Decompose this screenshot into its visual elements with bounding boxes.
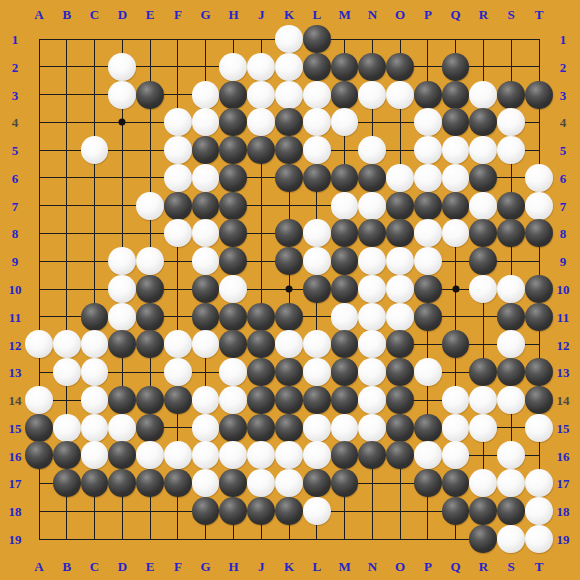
intersection-O3[interactable]: [386, 81, 414, 109]
intersection-H3[interactable]: [219, 81, 247, 109]
intersection-Q18[interactable]: [442, 497, 470, 525]
intersection-R13[interactable]: [469, 358, 497, 386]
intersection-O16[interactable]: [386, 442, 414, 470]
intersection-K3[interactable]: [275, 81, 303, 109]
intersection-T13[interactable]: [525, 358, 553, 386]
intersection-R14[interactable]: [469, 386, 497, 414]
intersection-J13[interactable]: [247, 358, 275, 386]
intersection-F18[interactable]: [164, 497, 192, 525]
intersection-N7[interactable]: [358, 192, 386, 220]
intersection-Q15[interactable]: [442, 414, 470, 442]
intersection-B8[interactable]: [53, 219, 81, 247]
intersection-G19[interactable]: [192, 525, 220, 553]
intersection-D4[interactable]: [108, 108, 136, 136]
intersection-H4[interactable]: [219, 108, 247, 136]
intersection-F10[interactable]: [164, 275, 192, 303]
intersection-J19[interactable]: [247, 525, 275, 553]
intersection-L15[interactable]: [303, 414, 331, 442]
intersection-M19[interactable]: [331, 525, 359, 553]
intersection-Q1[interactable]: [442, 25, 470, 53]
intersection-R16[interactable]: [469, 442, 497, 470]
intersection-E14[interactable]: [136, 386, 164, 414]
intersection-E17[interactable]: [136, 469, 164, 497]
intersection-B1[interactable]: [53, 25, 81, 53]
intersection-L6[interactable]: [303, 164, 331, 192]
intersection-F8[interactable]: [164, 219, 192, 247]
intersection-P12[interactable]: [414, 331, 442, 359]
intersection-O1[interactable]: [386, 25, 414, 53]
intersection-H11[interactable]: [219, 303, 247, 331]
intersection-S7[interactable]: [497, 192, 525, 220]
intersection-T12[interactable]: [525, 331, 553, 359]
intersection-R2[interactable]: [469, 53, 497, 81]
intersection-N12[interactable]: [358, 331, 386, 359]
intersection-O14[interactable]: [386, 386, 414, 414]
intersection-H19[interactable]: [219, 525, 247, 553]
intersection-E9[interactable]: [136, 247, 164, 275]
intersection-G1[interactable]: [192, 25, 220, 53]
intersection-P13[interactable]: [414, 358, 442, 386]
intersection-S8[interactable]: [497, 219, 525, 247]
intersection-K19[interactable]: [275, 525, 303, 553]
intersection-G16[interactable]: [192, 442, 220, 470]
intersection-D17[interactable]: [108, 469, 136, 497]
intersection-P3[interactable]: [414, 81, 442, 109]
intersection-J9[interactable]: [247, 247, 275, 275]
intersection-S9[interactable]: [497, 247, 525, 275]
intersection-M14[interactable]: [331, 386, 359, 414]
intersection-D16[interactable]: [108, 442, 136, 470]
intersection-R11[interactable]: [469, 303, 497, 331]
intersection-D14[interactable]: [108, 386, 136, 414]
intersection-E7[interactable]: [136, 192, 164, 220]
intersection-A6[interactable]: [25, 164, 53, 192]
intersection-R17[interactable]: [469, 469, 497, 497]
intersection-S10[interactable]: [497, 275, 525, 303]
intersection-P14[interactable]: [414, 386, 442, 414]
intersection-O15[interactable]: [386, 414, 414, 442]
intersection-O9[interactable]: [386, 247, 414, 275]
intersection-N19[interactable]: [358, 525, 386, 553]
intersection-F3[interactable]: [164, 81, 192, 109]
intersection-K2[interactable]: [275, 53, 303, 81]
intersection-S5[interactable]: [497, 136, 525, 164]
intersection-O19[interactable]: [386, 525, 414, 553]
intersection-D2[interactable]: [108, 53, 136, 81]
intersection-T4[interactable]: [525, 108, 553, 136]
intersection-N10[interactable]: [358, 275, 386, 303]
intersection-L1[interactable]: [303, 25, 331, 53]
intersection-Q6[interactable]: [442, 164, 470, 192]
intersection-M10[interactable]: [331, 275, 359, 303]
intersection-G14[interactable]: [192, 386, 220, 414]
intersection-Q11[interactable]: [442, 303, 470, 331]
intersection-G11[interactable]: [192, 303, 220, 331]
intersection-A16[interactable]: [25, 442, 53, 470]
intersection-J16[interactable]: [247, 442, 275, 470]
intersection-C18[interactable]: [81, 497, 109, 525]
intersection-S3[interactable]: [497, 81, 525, 109]
intersection-O17[interactable]: [386, 469, 414, 497]
intersection-E19[interactable]: [136, 525, 164, 553]
intersection-P9[interactable]: [414, 247, 442, 275]
intersection-A15[interactable]: [25, 414, 53, 442]
intersection-P19[interactable]: [414, 525, 442, 553]
intersection-B15[interactable]: [53, 414, 81, 442]
intersection-J7[interactable]: [247, 192, 275, 220]
intersection-C17[interactable]: [81, 469, 109, 497]
intersection-D12[interactable]: [108, 331, 136, 359]
intersection-P15[interactable]: [414, 414, 442, 442]
intersection-O13[interactable]: [386, 358, 414, 386]
intersection-C5[interactable]: [81, 136, 109, 164]
intersection-R5[interactable]: [469, 136, 497, 164]
intersection-B17[interactable]: [53, 469, 81, 497]
intersection-S12[interactable]: [497, 331, 525, 359]
intersection-B18[interactable]: [53, 497, 81, 525]
intersection-Q8[interactable]: [442, 219, 470, 247]
intersection-E3[interactable]: [136, 81, 164, 109]
intersection-L14[interactable]: [303, 386, 331, 414]
intersection-T11[interactable]: [525, 303, 553, 331]
intersection-R4[interactable]: [469, 108, 497, 136]
intersection-R3[interactable]: [469, 81, 497, 109]
intersection-R15[interactable]: [469, 414, 497, 442]
intersection-L19[interactable]: [303, 525, 331, 553]
intersection-F13[interactable]: [164, 358, 192, 386]
intersection-G18[interactable]: [192, 497, 220, 525]
intersection-J3[interactable]: [247, 81, 275, 109]
intersection-E10[interactable]: [136, 275, 164, 303]
intersection-J8[interactable]: [247, 219, 275, 247]
intersection-A18[interactable]: [25, 497, 53, 525]
intersection-T9[interactable]: [525, 247, 553, 275]
intersection-C12[interactable]: [81, 331, 109, 359]
intersection-N14[interactable]: [358, 386, 386, 414]
intersection-A17[interactable]: [25, 469, 53, 497]
intersection-T1[interactable]: [525, 25, 553, 53]
intersection-S17[interactable]: [497, 469, 525, 497]
intersection-O18[interactable]: [386, 497, 414, 525]
intersection-T16[interactable]: [525, 442, 553, 470]
intersection-O11[interactable]: [386, 303, 414, 331]
intersection-Q19[interactable]: [442, 525, 470, 553]
intersection-G12[interactable]: [192, 331, 220, 359]
intersection-C2[interactable]: [81, 53, 109, 81]
intersection-D19[interactable]: [108, 525, 136, 553]
intersection-H16[interactable]: [219, 442, 247, 470]
intersection-P6[interactable]: [414, 164, 442, 192]
intersection-Q13[interactable]: [442, 358, 470, 386]
intersection-L7[interactable]: [303, 192, 331, 220]
intersection-E18[interactable]: [136, 497, 164, 525]
intersection-D5[interactable]: [108, 136, 136, 164]
intersection-L3[interactable]: [303, 81, 331, 109]
intersection-A7[interactable]: [25, 192, 53, 220]
intersection-A5[interactable]: [25, 136, 53, 164]
intersection-N8[interactable]: [358, 219, 386, 247]
intersection-R8[interactable]: [469, 219, 497, 247]
intersection-H2[interactable]: [219, 53, 247, 81]
intersection-F6[interactable]: [164, 164, 192, 192]
intersection-T6[interactable]: [525, 164, 553, 192]
intersection-C19[interactable]: [81, 525, 109, 553]
intersection-N11[interactable]: [358, 303, 386, 331]
intersection-Q10[interactable]: [442, 275, 470, 303]
intersection-H18[interactable]: [219, 497, 247, 525]
intersection-F14[interactable]: [164, 386, 192, 414]
intersection-J4[interactable]: [247, 108, 275, 136]
intersection-B3[interactable]: [53, 81, 81, 109]
intersection-R9[interactable]: [469, 247, 497, 275]
intersection-F12[interactable]: [164, 331, 192, 359]
intersection-F16[interactable]: [164, 442, 192, 470]
intersection-M13[interactable]: [331, 358, 359, 386]
intersection-S6[interactable]: [497, 164, 525, 192]
intersection-O2[interactable]: [386, 53, 414, 81]
intersection-C15[interactable]: [81, 414, 109, 442]
intersection-M17[interactable]: [331, 469, 359, 497]
intersection-S13[interactable]: [497, 358, 525, 386]
intersection-S18[interactable]: [497, 497, 525, 525]
intersection-G6[interactable]: [192, 164, 220, 192]
intersection-T2[interactable]: [525, 53, 553, 81]
go-board[interactable]: AABBCCDDEEFFGGHHJJKKLLMMNNOOPPQQRRSSTT11…: [0, 0, 580, 580]
intersection-R19[interactable]: [469, 525, 497, 553]
intersection-M4[interactable]: [331, 108, 359, 136]
intersection-K12[interactable]: [275, 331, 303, 359]
intersection-G2[interactable]: [192, 53, 220, 81]
intersection-O4[interactable]: [386, 108, 414, 136]
intersection-N18[interactable]: [358, 497, 386, 525]
intersection-J2[interactable]: [247, 53, 275, 81]
intersection-F1[interactable]: [164, 25, 192, 53]
intersection-K5[interactable]: [275, 136, 303, 164]
intersection-A1[interactable]: [25, 25, 53, 53]
intersection-T19[interactable]: [525, 525, 553, 553]
intersection-L2[interactable]: [303, 53, 331, 81]
intersection-B12[interactable]: [53, 331, 81, 359]
intersection-G4[interactable]: [192, 108, 220, 136]
intersection-J5[interactable]: [247, 136, 275, 164]
intersection-M16[interactable]: [331, 442, 359, 470]
intersection-E8[interactable]: [136, 219, 164, 247]
intersection-K9[interactable]: [275, 247, 303, 275]
intersection-C16[interactable]: [81, 442, 109, 470]
intersection-M2[interactable]: [331, 53, 359, 81]
intersection-D11[interactable]: [108, 303, 136, 331]
intersection-R18[interactable]: [469, 497, 497, 525]
intersection-P16[interactable]: [414, 442, 442, 470]
intersection-N3[interactable]: [358, 81, 386, 109]
intersection-E11[interactable]: [136, 303, 164, 331]
intersection-N9[interactable]: [358, 247, 386, 275]
intersection-H17[interactable]: [219, 469, 247, 497]
intersection-A19[interactable]: [25, 525, 53, 553]
intersection-P8[interactable]: [414, 219, 442, 247]
intersection-L5[interactable]: [303, 136, 331, 164]
intersection-T14[interactable]: [525, 386, 553, 414]
intersection-A14[interactable]: [25, 386, 53, 414]
board-grid[interactable]: [25, 25, 553, 553]
intersection-S15[interactable]: [497, 414, 525, 442]
intersection-F7[interactable]: [164, 192, 192, 220]
intersection-K4[interactable]: [275, 108, 303, 136]
intersection-A3[interactable]: [25, 81, 53, 109]
intersection-N4[interactable]: [358, 108, 386, 136]
intersection-L16[interactable]: [303, 442, 331, 470]
intersection-D15[interactable]: [108, 414, 136, 442]
intersection-B10[interactable]: [53, 275, 81, 303]
intersection-G13[interactable]: [192, 358, 220, 386]
intersection-C6[interactable]: [81, 164, 109, 192]
intersection-N2[interactable]: [358, 53, 386, 81]
intersection-F2[interactable]: [164, 53, 192, 81]
intersection-C11[interactable]: [81, 303, 109, 331]
intersection-K15[interactable]: [275, 414, 303, 442]
intersection-E6[interactable]: [136, 164, 164, 192]
intersection-K6[interactable]: [275, 164, 303, 192]
intersection-S2[interactable]: [497, 53, 525, 81]
intersection-M8[interactable]: [331, 219, 359, 247]
intersection-D9[interactable]: [108, 247, 136, 275]
intersection-C9[interactable]: [81, 247, 109, 275]
intersection-L4[interactable]: [303, 108, 331, 136]
intersection-T7[interactable]: [525, 192, 553, 220]
intersection-J18[interactable]: [247, 497, 275, 525]
intersection-Q4[interactable]: [442, 108, 470, 136]
intersection-K1[interactable]: [275, 25, 303, 53]
intersection-H5[interactable]: [219, 136, 247, 164]
intersection-D10[interactable]: [108, 275, 136, 303]
intersection-J14[interactable]: [247, 386, 275, 414]
intersection-L13[interactable]: [303, 358, 331, 386]
intersection-D13[interactable]: [108, 358, 136, 386]
intersection-O7[interactable]: [386, 192, 414, 220]
intersection-A9[interactable]: [25, 247, 53, 275]
intersection-C8[interactable]: [81, 219, 109, 247]
intersection-N5[interactable]: [358, 136, 386, 164]
intersection-K16[interactable]: [275, 442, 303, 470]
intersection-R12[interactable]: [469, 331, 497, 359]
intersection-Q16[interactable]: [442, 442, 470, 470]
intersection-K17[interactable]: [275, 469, 303, 497]
intersection-N16[interactable]: [358, 442, 386, 470]
intersection-M18[interactable]: [331, 497, 359, 525]
intersection-B7[interactable]: [53, 192, 81, 220]
intersection-M1[interactable]: [331, 25, 359, 53]
intersection-O5[interactable]: [386, 136, 414, 164]
intersection-J6[interactable]: [247, 164, 275, 192]
intersection-R10[interactable]: [469, 275, 497, 303]
intersection-L11[interactable]: [303, 303, 331, 331]
intersection-Q3[interactable]: [442, 81, 470, 109]
intersection-T17[interactable]: [525, 469, 553, 497]
intersection-C4[interactable]: [81, 108, 109, 136]
intersection-D3[interactable]: [108, 81, 136, 109]
intersection-E13[interactable]: [136, 358, 164, 386]
intersection-D7[interactable]: [108, 192, 136, 220]
intersection-A13[interactable]: [25, 358, 53, 386]
intersection-T10[interactable]: [525, 275, 553, 303]
intersection-Q7[interactable]: [442, 192, 470, 220]
intersection-O12[interactable]: [386, 331, 414, 359]
intersection-L9[interactable]: [303, 247, 331, 275]
intersection-L8[interactable]: [303, 219, 331, 247]
intersection-H15[interactable]: [219, 414, 247, 442]
intersection-C1[interactable]: [81, 25, 109, 53]
intersection-K14[interactable]: [275, 386, 303, 414]
intersection-S4[interactable]: [497, 108, 525, 136]
intersection-D1[interactable]: [108, 25, 136, 53]
intersection-L12[interactable]: [303, 331, 331, 359]
intersection-G7[interactable]: [192, 192, 220, 220]
intersection-K10[interactable]: [275, 275, 303, 303]
intersection-K18[interactable]: [275, 497, 303, 525]
intersection-M9[interactable]: [331, 247, 359, 275]
intersection-G5[interactable]: [192, 136, 220, 164]
intersection-B2[interactable]: [53, 53, 81, 81]
intersection-A2[interactable]: [25, 53, 53, 81]
intersection-H13[interactable]: [219, 358, 247, 386]
intersection-C7[interactable]: [81, 192, 109, 220]
intersection-E15[interactable]: [136, 414, 164, 442]
intersection-P7[interactable]: [414, 192, 442, 220]
intersection-G9[interactable]: [192, 247, 220, 275]
intersection-O10[interactable]: [386, 275, 414, 303]
intersection-B11[interactable]: [53, 303, 81, 331]
intersection-B19[interactable]: [53, 525, 81, 553]
intersection-L18[interactable]: [303, 497, 331, 525]
intersection-A12[interactable]: [25, 331, 53, 359]
intersection-L10[interactable]: [303, 275, 331, 303]
intersection-J1[interactable]: [247, 25, 275, 53]
intersection-Q12[interactable]: [442, 331, 470, 359]
intersection-R6[interactable]: [469, 164, 497, 192]
intersection-P5[interactable]: [414, 136, 442, 164]
intersection-B5[interactable]: [53, 136, 81, 164]
intersection-F19[interactable]: [164, 525, 192, 553]
intersection-P10[interactable]: [414, 275, 442, 303]
intersection-S19[interactable]: [497, 525, 525, 553]
intersection-J15[interactable]: [247, 414, 275, 442]
intersection-G8[interactable]: [192, 219, 220, 247]
intersection-A10[interactable]: [25, 275, 53, 303]
intersection-B6[interactable]: [53, 164, 81, 192]
intersection-H7[interactable]: [219, 192, 247, 220]
intersection-R1[interactable]: [469, 25, 497, 53]
intersection-N15[interactable]: [358, 414, 386, 442]
intersection-H14[interactable]: [219, 386, 247, 414]
intersection-N13[interactable]: [358, 358, 386, 386]
intersection-M7[interactable]: [331, 192, 359, 220]
intersection-C14[interactable]: [81, 386, 109, 414]
intersection-K11[interactable]: [275, 303, 303, 331]
intersection-A8[interactable]: [25, 219, 53, 247]
intersection-F4[interactable]: [164, 108, 192, 136]
intersection-S14[interactable]: [497, 386, 525, 414]
intersection-P17[interactable]: [414, 469, 442, 497]
intersection-E1[interactable]: [136, 25, 164, 53]
intersection-J11[interactable]: [247, 303, 275, 331]
intersection-N17[interactable]: [358, 469, 386, 497]
intersection-M6[interactable]: [331, 164, 359, 192]
intersection-M3[interactable]: [331, 81, 359, 109]
intersection-G3[interactable]: [192, 81, 220, 109]
intersection-K8[interactable]: [275, 219, 303, 247]
intersection-G10[interactable]: [192, 275, 220, 303]
intersection-N6[interactable]: [358, 164, 386, 192]
